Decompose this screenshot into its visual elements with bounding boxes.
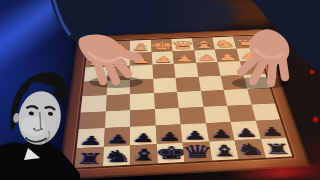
red-led-dot xyxy=(309,69,315,75)
board-squares: ♜♞♝♚♛♝♞♜♟♟♟♟♟♟♟♟♟♟♟♟♟♟♟♟♜♞♝♚♛♝♞♜ xyxy=(75,36,292,168)
square-d4[interactable] xyxy=(175,76,200,92)
square-d5[interactable] xyxy=(177,91,203,108)
square-a4[interactable] xyxy=(243,74,270,89)
square-a1[interactable]: ♜ xyxy=(233,36,257,49)
square-f6[interactable] xyxy=(130,109,155,127)
square-c5[interactable] xyxy=(200,90,227,107)
square-g3[interactable] xyxy=(107,66,130,81)
square-d6[interactable] xyxy=(179,106,206,124)
square-e4[interactable] xyxy=(153,77,177,93)
square-c6[interactable] xyxy=(203,105,231,123)
square-e6[interactable] xyxy=(154,108,180,126)
square-e3[interactable] xyxy=(152,64,175,79)
square-h3[interactable] xyxy=(84,67,108,82)
square-a7[interactable]: ♟ xyxy=(255,120,285,139)
square-g5[interactable] xyxy=(105,94,130,111)
square-a3[interactable] xyxy=(239,60,265,74)
square-e5[interactable] xyxy=(154,92,179,109)
piece-wR-a1[interactable]: ♜ xyxy=(226,39,264,48)
square-g4[interactable] xyxy=(106,79,130,95)
piece-bP-a7[interactable]: ♟ xyxy=(248,126,296,138)
square-a8[interactable]: ♜ xyxy=(260,137,292,157)
square-c4[interactable] xyxy=(198,75,224,90)
piece-wP-a2[interactable]: ♟ xyxy=(230,52,270,60)
square-f5[interactable] xyxy=(130,93,154,110)
square-h6[interactable] xyxy=(79,111,106,129)
square-a5[interactable] xyxy=(247,88,275,104)
red-led-dot xyxy=(312,116,319,123)
square-f4[interactable] xyxy=(130,78,154,94)
thumbnail-stage: ♜♞♝♚♛♝♞♜♟♟♟♟♟♟♟♟♟♟♟♟♟♟♟♟♜♞♝♚♛♝♞♜ xyxy=(0,0,320,180)
square-h5[interactable] xyxy=(81,95,107,112)
square-c3[interactable] xyxy=(196,62,221,76)
square-d3[interactable] xyxy=(174,63,198,78)
square-a6[interactable] xyxy=(251,103,280,121)
piece-bR-a8[interactable]: ♜ xyxy=(252,142,302,156)
square-h4[interactable] xyxy=(82,80,107,96)
square-g6[interactable] xyxy=(104,110,130,128)
square-f3[interactable] xyxy=(130,65,153,80)
square-a2[interactable]: ♟ xyxy=(236,48,261,61)
